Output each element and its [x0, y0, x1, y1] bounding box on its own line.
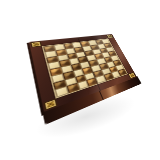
product-photo: [0, 0, 160, 160]
corner-ornament-top-right: [106, 34, 114, 38]
fold-seam-edge: [99, 90, 104, 100]
